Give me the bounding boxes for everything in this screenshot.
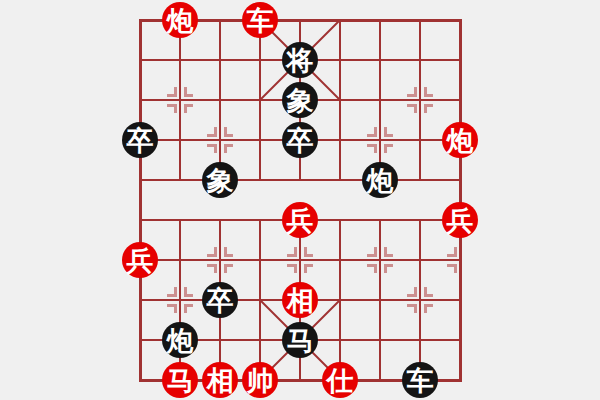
piece-black-king[interactable]: 将 xyxy=(282,42,318,78)
piece-black-horse[interactable]: 马 xyxy=(282,322,318,358)
piece-glyph: 象 xyxy=(287,88,314,115)
piece-glyph: 帅 xyxy=(247,368,274,395)
piece-red-soldier[interactable]: 兵 xyxy=(122,242,158,278)
piece-glyph: 兵 xyxy=(287,208,314,235)
piece-red-soldier[interactable]: 兵 xyxy=(442,202,478,238)
piece-glyph: 马 xyxy=(287,328,314,355)
piece-glyph: 卒 xyxy=(127,128,154,155)
piece-glyph: 车 xyxy=(407,368,434,395)
piece-red-chariot[interactable]: 车 xyxy=(242,2,278,38)
piece-black-soldier[interactable]: 卒 xyxy=(122,122,158,158)
piece-glyph: 兵 xyxy=(127,248,154,275)
piece-red-elephant[interactable]: 相 xyxy=(282,282,318,318)
piece-glyph: 炮 xyxy=(367,168,394,195)
piece-glyph: 炮 xyxy=(167,8,194,35)
piece-red-elephant[interactable]: 相 xyxy=(202,362,238,398)
piece-glyph: 炮 xyxy=(447,128,474,155)
piece-glyph: 炮 xyxy=(167,328,194,355)
piece-glyph: 车 xyxy=(247,8,274,35)
piece-red-cannon[interactable]: 炮 xyxy=(162,2,198,38)
piece-black-soldier[interactable]: 卒 xyxy=(202,282,238,318)
piece-glyph: 卒 xyxy=(287,128,314,155)
piece-red-horse[interactable]: 马 xyxy=(162,362,198,398)
piece-red-soldier[interactable]: 兵 xyxy=(282,202,318,238)
piece-glyph: 卒 xyxy=(207,288,234,315)
piece-glyph: 马 xyxy=(167,368,194,395)
piece-black-cannon[interactable]: 炮 xyxy=(362,162,398,198)
piece-black-soldier[interactable]: 卒 xyxy=(282,122,318,158)
piece-glyph: 仕 xyxy=(327,368,354,395)
xiangqi-board: 炮车将象卒卒炮象炮兵兵兵卒相炮马马相帅仕车 xyxy=(120,0,480,400)
piece-glyph: 相 xyxy=(207,368,234,395)
piece-glyph: 相 xyxy=(287,288,314,315)
piece-red-cannon[interactable]: 炮 xyxy=(442,122,478,158)
piece-glyph: 象 xyxy=(207,168,234,195)
piece-black-cannon[interactable]: 炮 xyxy=(162,322,198,358)
piece-black-elephant[interactable]: 象 xyxy=(202,162,238,198)
piece-red-king[interactable]: 帅 xyxy=(242,362,278,398)
piece-black-chariot[interactable]: 车 xyxy=(402,362,438,398)
board-container: 炮车将象卒卒炮象炮兵兵兵卒相炮马马相帅仕车 xyxy=(0,0,600,400)
piece-glyph: 兵 xyxy=(447,208,474,235)
piece-glyph: 将 xyxy=(287,48,314,75)
piece-red-advisor[interactable]: 仕 xyxy=(322,362,358,398)
piece-black-elephant[interactable]: 象 xyxy=(282,82,318,118)
